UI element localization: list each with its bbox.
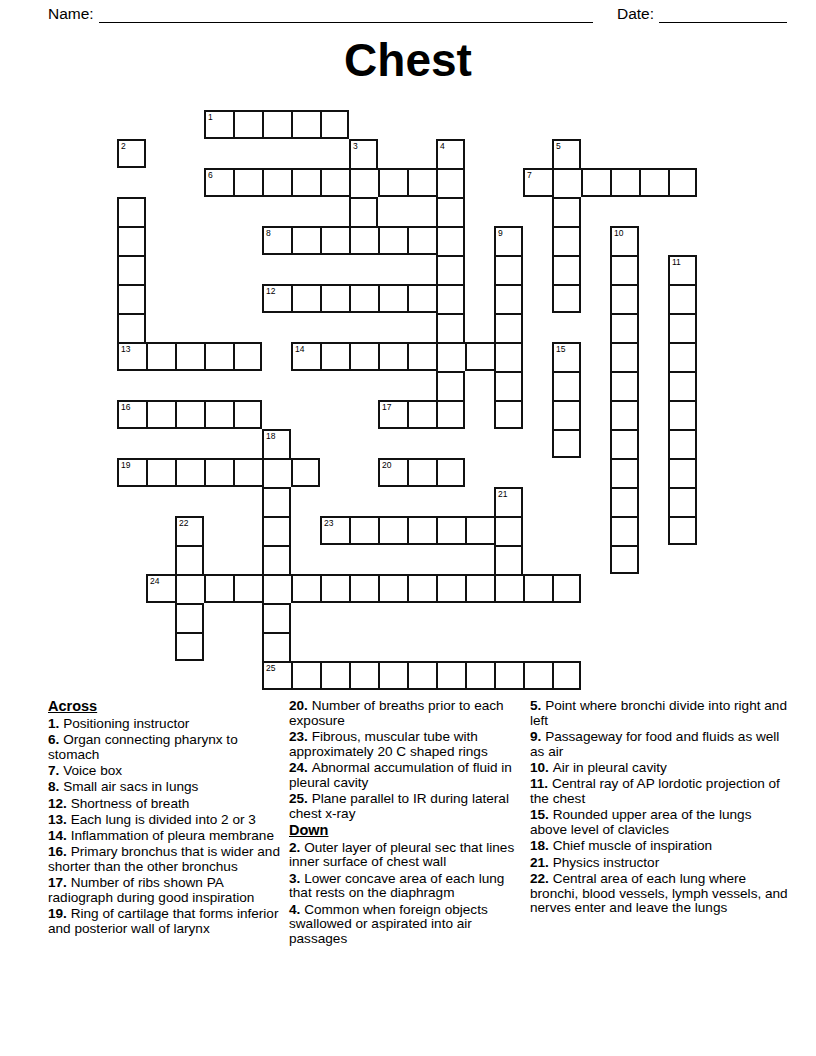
grid-cell[interactable] (436, 284, 465, 313)
grid-cell[interactable] (175, 603, 204, 632)
clue-down-11: 11. Central ray of AP lordotic projectio… (530, 777, 792, 806)
grid-cell[interactable] (349, 168, 378, 197)
clue-number-label: 17. (48, 875, 71, 890)
clue-text: Number of breaths prior to each exposure (289, 698, 504, 728)
name-blank-line (99, 7, 593, 23)
grid-cell[interactable] (407, 661, 436, 690)
grid-cell[interactable] (581, 168, 610, 197)
clue-text: Plane parallel to IR during lateral ches… (289, 791, 509, 821)
clue-number-label: 9. (530, 729, 545, 744)
clue-number-label: 2. (289, 840, 304, 855)
grid-cell[interactable] (204, 574, 233, 603)
grid-cell[interactable]: 15 (552, 342, 581, 371)
grid-cell[interactable] (552, 226, 581, 255)
grid-cell[interactable] (117, 226, 146, 255)
grid-cell[interactable] (233, 342, 262, 371)
grid-cell[interactable] (552, 284, 581, 313)
cell-number: 21 (498, 489, 507, 499)
cell-number: 3 (353, 141, 358, 151)
grid-cell[interactable]: 11 (668, 255, 697, 284)
cell-number: 25 (266, 663, 275, 673)
grid-cell[interactable] (494, 545, 523, 574)
grid-cell[interactable] (233, 168, 262, 197)
clue-text: Rounded upper area of the lungs above le… (530, 807, 751, 837)
grid-cell[interactable] (610, 400, 639, 429)
clue-down-18: 18. Chief muscle of inspiration (530, 839, 792, 854)
cell-number: 4 (440, 141, 445, 151)
grid-cell[interactable]: 6 (204, 168, 233, 197)
clue-down-4: 4. Common when foreign objects swallowed… (289, 903, 526, 947)
grid-cell[interactable] (175, 574, 204, 603)
grid-cell[interactable] (262, 516, 291, 545)
grid-cell[interactable] (291, 284, 320, 313)
grid-cell[interactable]: 21 (494, 487, 523, 516)
grid-cell[interactable] (494, 516, 523, 545)
grid-cell[interactable] (610, 313, 639, 342)
date-blank-line (659, 7, 787, 23)
grid-cell[interactable] (407, 574, 436, 603)
grid-cell[interactable] (378, 284, 407, 313)
clue-down-21: 21. Physics instructor (530, 856, 792, 871)
grid-cell[interactable] (494, 371, 523, 400)
clue-number-label: 8. (48, 779, 63, 794)
clue-across-8: 8. Small air sacs in lungs (48, 780, 289, 795)
grid-cell[interactable] (233, 110, 262, 139)
grid-cell[interactable] (349, 197, 378, 226)
grid-cell[interactable] (436, 197, 465, 226)
grid-cell[interactable] (552, 574, 581, 603)
grid-cell[interactable] (436, 516, 465, 545)
name-date-header: Name: Date: (48, 4, 787, 23)
grid-cell[interactable] (407, 342, 436, 371)
grid-cell[interactable]: 3 (349, 139, 378, 168)
clue-text: Small air sacs in lungs (63, 779, 198, 794)
grid-cell[interactable] (117, 255, 146, 284)
grid-cell[interactable] (233, 400, 262, 429)
grid-cell[interactable]: 16 (117, 400, 146, 429)
clue-number-label: 10. (530, 760, 553, 775)
clue-across-20: 20. Number of breaths prior to each expo… (289, 699, 526, 728)
cell-number: 23 (324, 518, 333, 528)
grid-cell[interactable] (639, 168, 668, 197)
grid-cell[interactable]: 8 (262, 226, 291, 255)
grid-cell[interactable] (494, 661, 523, 690)
clue-number-label: 14. (48, 828, 71, 843)
clue-across-14: 14. Inflammation of pleura membrane (48, 829, 289, 844)
grid-cell[interactable] (349, 226, 378, 255)
grid-cell[interactable] (610, 458, 639, 487)
grid-cell[interactable] (291, 661, 320, 690)
grid-cell[interactable] (552, 400, 581, 429)
clue-across-24: 24. Abnormal accumulation of fluid in pl… (289, 761, 526, 790)
grid-cell[interactable] (291, 226, 320, 255)
grid-cell[interactable] (436, 226, 465, 255)
crossword-worksheet: Name: Date: Chest 1234567891011121314151… (0, 0, 816, 1056)
grid-cell[interactable]: 5 (552, 139, 581, 168)
grid-cell[interactable] (552, 197, 581, 226)
name-label: Name: (48, 4, 94, 23)
clue-down-15: 15. Rounded upper area of the lungs abov… (530, 808, 792, 837)
cell-number: 17 (382, 402, 391, 412)
grid-cell[interactable] (262, 168, 291, 197)
clue-text: Lower concave area of each lung that res… (289, 871, 504, 901)
grid-cell[interactable] (349, 661, 378, 690)
cell-number: 2 (121, 141, 126, 151)
clue-number-label: 5. (530, 698, 545, 713)
clue-number-label: 6. (48, 732, 63, 747)
grid-cell[interactable] (262, 487, 291, 516)
clue-text: Central area of each lung where bronchi,… (530, 871, 788, 915)
clue-text: Inflammation of pleura membrane (71, 828, 274, 843)
grid-cell[interactable] (436, 168, 465, 197)
clue-down-9: 9. Passageway for food and fluids as wel… (530, 730, 792, 759)
grid-cell[interactable] (320, 110, 349, 139)
clue-text: Abnormal accumulation of fluid in pleura… (289, 760, 512, 790)
cell-number: 7 (527, 170, 532, 180)
clue-across-16: 16. Primary bronchus that is wider and s… (48, 845, 289, 874)
cell-number: 15 (556, 344, 565, 354)
grid-cell[interactable] (552, 429, 581, 458)
grid-cell[interactable] (436, 458, 465, 487)
grid-cell[interactable] (349, 342, 378, 371)
grid-cell[interactable] (523, 574, 552, 603)
grid-cell[interactable] (262, 574, 291, 603)
clue-text: Air in pleural cavity (553, 760, 667, 775)
grid-cell[interactable] (262, 110, 291, 139)
grid-cell[interactable]: 7 (523, 168, 552, 197)
grid-cell[interactable] (494, 342, 523, 371)
grid-cell[interactable] (175, 400, 204, 429)
grid-cell[interactable] (146, 342, 175, 371)
clue-column-1: Across1. Positioning instructor6. Organ … (48, 699, 289, 938)
grid-cell[interactable] (378, 661, 407, 690)
grid-cell[interactable] (233, 574, 262, 603)
grid-cell[interactable] (175, 545, 204, 574)
grid-cell[interactable] (117, 313, 146, 342)
clue-number-label: 1. (48, 716, 63, 731)
clue-number-label: 4. (289, 902, 304, 917)
clue-number-label: 24. (289, 760, 312, 775)
grid-cell[interactable] (378, 574, 407, 603)
grid-cell[interactable] (436, 574, 465, 603)
grid-cell[interactable]: 22 (175, 516, 204, 545)
down-header: Down (289, 823, 526, 838)
clue-number-label: 21. (530, 855, 553, 870)
grid-cell[interactable] (436, 313, 465, 342)
clue-number-label: 18. (530, 838, 553, 853)
clue-text: Ring of cartilage that forms inferior an… (48, 906, 278, 936)
grid-cell[interactable] (465, 516, 494, 545)
date-label: Date: (617, 4, 654, 23)
cell-number: 11 (672, 257, 681, 267)
clue-text: Number of ribs shown PA radiograph durin… (48, 875, 254, 905)
cell-number: 22 (179, 518, 188, 528)
grid-cell[interactable]: 23 (320, 516, 349, 545)
grid-cell[interactable]: 4 (436, 139, 465, 168)
clue-down-3: 3. Lower concave area of each lung that … (289, 872, 526, 901)
grid-cell[interactable] (610, 516, 639, 545)
grid-cell[interactable] (262, 545, 291, 574)
grid-cell[interactable] (668, 313, 697, 342)
clue-number-label: 13. (48, 812, 71, 827)
clue-across-1: 1. Positioning instructor (48, 717, 289, 732)
grid-cell[interactable] (175, 342, 204, 371)
clue-text: Organ connecting pharynx to stomach (48, 732, 238, 762)
clue-across-12: 12. Shortness of breath (48, 797, 289, 812)
grid-cell[interactable] (407, 168, 436, 197)
clue-text: Physics instructor (553, 855, 660, 870)
clue-text: Outer layer of pleural sec that lines in… (289, 840, 514, 870)
grid-cell[interactable] (320, 226, 349, 255)
grid-cell[interactable] (262, 458, 291, 487)
grid-cell[interactable] (146, 458, 175, 487)
grid-cell[interactable] (349, 284, 378, 313)
grid-cell[interactable] (494, 313, 523, 342)
across-header: Across (48, 699, 289, 714)
clue-number-label: 20. (289, 698, 312, 713)
grid-cell[interactable] (465, 574, 494, 603)
grid-cell[interactable] (378, 342, 407, 371)
clue-number-label: 11. (530, 776, 552, 791)
cell-number: 12 (266, 286, 275, 296)
grid-cell[interactable] (668, 400, 697, 429)
grid-cell[interactable] (523, 661, 552, 690)
grid-cell[interactable] (320, 574, 349, 603)
cell-number: 24 (150, 576, 159, 586)
grid-cell[interactable] (407, 516, 436, 545)
grid-cell[interactable] (610, 342, 639, 371)
grid-cell[interactable] (407, 284, 436, 313)
grid-cell[interactable]: 25 (262, 661, 291, 690)
clue-text: Passageway for food and fluids as well a… (530, 729, 779, 759)
grid-cell[interactable]: 1 (204, 110, 233, 139)
clue-column-3: 5. Point where bronchi divide into right… (530, 699, 792, 918)
clue-down-10: 10. Air in pleural cavity (530, 761, 792, 776)
grid-cell[interactable]: 20 (378, 458, 407, 487)
grid-cell[interactable] (494, 574, 523, 603)
clue-down-2: 2. Outer layer of pleural sec that lines… (289, 841, 526, 870)
grid-cell[interactable] (436, 255, 465, 284)
clue-number-label: 23. (289, 729, 312, 744)
clue-number-label: 19. (48, 906, 71, 921)
cell-number: 18 (266, 431, 275, 441)
grid-cell[interactable] (175, 458, 204, 487)
grid-cell[interactable]: 2 (117, 139, 146, 168)
grid-cell[interactable] (262, 603, 291, 632)
grid-cell[interactable] (552, 255, 581, 284)
clue-across-7: 7. Voice box (48, 764, 289, 779)
grid-cell[interactable] (668, 429, 697, 458)
clue-down-22: 22. Central area of each lung where bron… (530, 872, 792, 916)
grid-cell[interactable] (204, 400, 233, 429)
cell-number: 16 (121, 402, 130, 412)
clue-column-2: 20. Number of breaths prior to each expo… (289, 699, 526, 948)
grid-cell[interactable] (204, 458, 233, 487)
clue-across-17: 17. Number of ribs shown PA radiograph d… (48, 876, 289, 905)
clue-across-13: 13. Each lung is divided into 2 or 3 (48, 813, 289, 828)
cell-number: 19 (121, 460, 130, 470)
grid-cell[interactable] (291, 110, 320, 139)
grid-cell[interactable] (436, 661, 465, 690)
grid-cell[interactable] (552, 168, 581, 197)
grid-cell[interactable] (378, 516, 407, 545)
clue-across-19: 19. Ring of cartilage that forms inferio… (48, 907, 289, 936)
cell-number: 9 (498, 228, 503, 238)
clue-text: Point where bronchi divide into right an… (530, 698, 787, 728)
clue-number-label: 7. (48, 763, 63, 778)
grid-cell[interactable] (175, 632, 204, 661)
cell-number: 14 (295, 344, 304, 354)
grid-cell[interactable] (378, 226, 407, 255)
grid-cell[interactable] (320, 284, 349, 313)
grid-cell[interactable] (668, 487, 697, 516)
clue-number-label: 3. (289, 871, 304, 886)
clue-text: Fibrous, muscular tube with approximatel… (289, 729, 488, 759)
grid-cell[interactable]: 12 (262, 284, 291, 313)
clue-text: Central ray of AP lordotic projection of… (530, 776, 780, 806)
grid-cell[interactable] (407, 400, 436, 429)
clue-number-label: 12. (48, 796, 71, 811)
cell-number: 8 (266, 228, 271, 238)
cell-number: 20 (382, 460, 391, 470)
grid-cell[interactable]: 10 (610, 226, 639, 255)
grid-cell[interactable] (668, 371, 697, 400)
clue-text: Voice box (63, 763, 122, 778)
grid-cell[interactable]: 14 (291, 342, 320, 371)
grid-cell[interactable] (668, 168, 697, 197)
clue-number-label: 25. (289, 791, 312, 806)
grid-cell[interactable] (494, 400, 523, 429)
grid-cell[interactable] (436, 371, 465, 400)
grid-cell[interactable] (436, 342, 465, 371)
clue-text: Chief muscle of inspiration (553, 838, 712, 853)
grid-cell[interactable] (552, 661, 581, 690)
cell-number: 1 (208, 112, 213, 122)
grid-cell[interactable] (320, 661, 349, 690)
cell-number: 10 (614, 228, 623, 238)
puzzle-title: Chest (0, 34, 816, 86)
grid-cell[interactable] (668, 284, 697, 313)
grid-cell[interactable] (378, 168, 407, 197)
grid-cell[interactable] (204, 342, 233, 371)
grid-cell[interactable] (320, 168, 349, 197)
grid-cell[interactable] (233, 458, 262, 487)
grid-cell[interactable] (291, 168, 320, 197)
grid-cell[interactable] (349, 516, 378, 545)
clue-number-label: 15. (530, 807, 553, 822)
clue-number-label: 16. (48, 844, 71, 859)
cell-number: 6 (208, 170, 213, 180)
grid-cell[interactable] (262, 632, 291, 661)
grid-cell[interactable] (610, 168, 639, 197)
grid-cell[interactable] (668, 516, 697, 545)
grid-cell[interactable] (610, 371, 639, 400)
grid-cell[interactable] (610, 545, 639, 574)
grid-cell[interactable] (552, 371, 581, 400)
grid-cell[interactable]: 19 (117, 458, 146, 487)
grid-cell[interactable] (465, 342, 494, 371)
grid-cell[interactable] (610, 487, 639, 516)
grid-cell[interactable] (494, 255, 523, 284)
grid-cell[interactable] (146, 400, 175, 429)
grid-cell[interactable] (117, 197, 146, 226)
clue-across-25: 25. Plane parallel to IR during lateral … (289, 792, 526, 821)
grid-cell[interactable]: 24 (146, 574, 175, 603)
crossword-grid: 1234567891011121314151617181920212223242… (117, 110, 698, 691)
grid-cell[interactable] (291, 574, 320, 603)
grid-cell[interactable] (291, 458, 320, 487)
grid-cell[interactable] (349, 574, 378, 603)
grid-cell[interactable] (465, 661, 494, 690)
grid-cell[interactable] (320, 342, 349, 371)
clue-text: Shortness of breath (71, 796, 190, 811)
grid-cell[interactable] (610, 429, 639, 458)
grid-cell[interactable] (494, 284, 523, 313)
grid-cell[interactable] (668, 342, 697, 371)
grid-cell[interactable] (668, 458, 697, 487)
clue-text: Primary bronchus that is wider and short… (48, 844, 280, 874)
grid-cell[interactable] (117, 284, 146, 313)
clue-across-23: 23. Fibrous, muscular tube with approxim… (289, 730, 526, 759)
cell-number: 5 (556, 141, 561, 151)
clue-text: Each lung is divided into 2 or 3 (71, 812, 256, 827)
grid-cell[interactable]: 9 (494, 226, 523, 255)
grid-cell[interactable] (610, 284, 639, 313)
grid-cell[interactable] (407, 458, 436, 487)
grid-cell[interactable] (407, 226, 436, 255)
clue-number-label: 22. (530, 871, 553, 886)
cell-number: 13 (121, 344, 130, 354)
clue-text: Positioning instructor (63, 716, 189, 731)
clue-down-5: 5. Point where bronchi divide into right… (530, 699, 792, 728)
grid-cell[interactable]: 13 (117, 342, 146, 371)
clue-text: Common when foreign objects swallowed or… (289, 902, 488, 946)
grid-cell[interactable] (610, 255, 639, 284)
grid-cell[interactable] (436, 400, 465, 429)
clue-across-6: 6. Organ connecting pharynx to stomach (48, 733, 289, 762)
grid-cell[interactable]: 17 (378, 400, 407, 429)
grid-cell[interactable]: 18 (262, 429, 291, 458)
